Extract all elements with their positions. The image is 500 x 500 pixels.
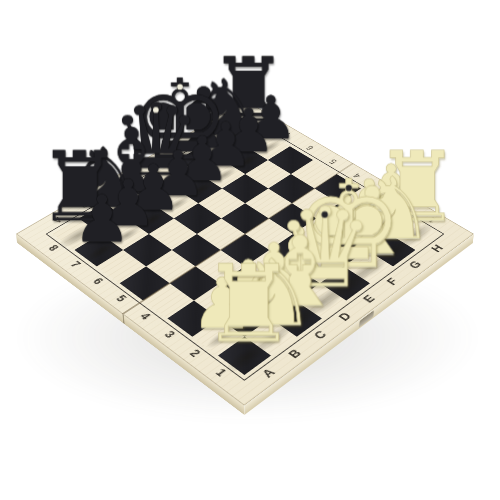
pawn-glyph: ♟ bbox=[73, 187, 131, 252]
piece-shadow-g7 bbox=[232, 152, 262, 171]
rook-glyph: ♜ bbox=[201, 252, 296, 358]
piece-black-pawn-a7[interactable]: ♟ bbox=[41, 187, 163, 252]
piece-shadow-e7 bbox=[185, 180, 216, 200]
piece-white-rook-a1[interactable]: ♜ bbox=[182, 252, 315, 358]
chess-set-photo: ABCDEFGH ABCDEFGH 87654321 87654321 ♜♞♝♛… bbox=[0, 0, 500, 500]
piece-shadow-f7 bbox=[209, 166, 240, 185]
